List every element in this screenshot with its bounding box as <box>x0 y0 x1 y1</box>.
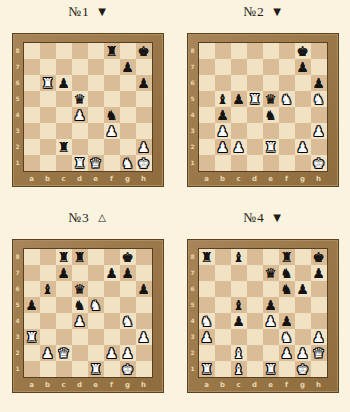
square-h7 <box>311 59 327 75</box>
square-h8 <box>311 43 327 59</box>
square-h4 <box>311 313 327 329</box>
black-rook: ♜ <box>57 249 69 265</box>
square-e7 <box>88 265 104 281</box>
square-h3: ♟ <box>311 123 327 139</box>
square-b6: ♜ <box>40 75 56 91</box>
square-b3: ♟ <box>215 123 231 139</box>
square-g1: ♞ <box>120 155 136 171</box>
rank-label-6: 6 <box>188 281 198 297</box>
white-pawn: ♟ <box>137 139 149 155</box>
square-c1 <box>56 155 72 171</box>
square-e7: ♛ <box>263 265 279 281</box>
file-label-f: f <box>104 173 120 185</box>
square-g6 <box>295 75 311 91</box>
square-a3: ♟ <box>199 329 215 345</box>
rank-label-2: 2 <box>13 139 23 155</box>
file-label-h: h <box>311 379 327 391</box>
rank-label-1: 1 <box>188 155 198 171</box>
square-f5: ♞ <box>279 91 295 107</box>
square-c5: ♟ <box>231 91 247 107</box>
square-h1: ♚ <box>136 155 152 171</box>
white-king: ♚ <box>312 155 324 171</box>
square-h3: ♟ <box>311 329 327 345</box>
square-d3 <box>72 123 88 139</box>
square-a4 <box>24 107 40 123</box>
square-e6 <box>88 281 104 297</box>
square-g2: ♟ <box>295 139 311 155</box>
square-f2: ♟ <box>279 345 295 361</box>
diagram-number: №4 <box>244 209 265 226</box>
square-e1: ♜ <box>263 361 279 377</box>
diagram-number: №2 <box>244 3 265 20</box>
square-c5: ♝ <box>231 297 247 313</box>
square-h1 <box>311 361 327 377</box>
square-c7 <box>56 59 72 75</box>
square-c6: ♟ <box>56 75 72 91</box>
square-d8 <box>247 43 263 59</box>
square-f4 <box>104 313 120 329</box>
white-pawn: ♟ <box>216 123 228 139</box>
square-d7 <box>72 59 88 75</box>
square-h5 <box>136 297 152 313</box>
black-pawn: ♟ <box>296 281 308 297</box>
file-label-d: d <box>72 173 88 185</box>
square-f6 <box>279 75 295 91</box>
square-e8 <box>88 249 104 265</box>
white-rook: ♜ <box>73 155 85 171</box>
diagram-sheet: №1 ▼ 87654321 ♜♚♟♜♟♟♛♟♞♟♜♟♜♛♞♚ abcdefgh … <box>0 0 350 412</box>
square-d6 <box>247 281 263 297</box>
square-a2 <box>24 345 40 361</box>
black-pawn: ♟ <box>232 91 244 107</box>
square-a2 <box>199 345 215 361</box>
square-d2 <box>72 139 88 155</box>
square-g1: ♚ <box>295 361 311 377</box>
square-f5 <box>279 297 295 313</box>
square-b8 <box>215 43 231 59</box>
square-b1 <box>40 155 56 171</box>
black-knight: ♞ <box>105 107 117 123</box>
square-c2: ♜ <box>56 139 72 155</box>
rank-label-4: 4 <box>13 313 23 329</box>
diagram-header-3: №3 △ <box>69 209 107 226</box>
file-label-c: c <box>231 173 247 185</box>
black-rook: ♜ <box>105 43 117 59</box>
square-b3 <box>40 329 56 345</box>
white-queen: ♛ <box>89 155 101 171</box>
square-a5: ♟ <box>24 297 40 313</box>
file-label-g: g <box>295 173 311 185</box>
diagram-panel-1: №1 ▼ 87654321 ♜♚♟♜♟♟♛♟♞♟♜♟♜♛♞♚ abcdefgh <box>0 0 175 206</box>
square-a5 <box>24 91 40 107</box>
white-pawn: ♟ <box>264 313 276 329</box>
square-c3 <box>56 123 72 139</box>
square-f7 <box>279 59 295 75</box>
file-labels: abcdefgh <box>24 173 152 185</box>
black-queen: ♛ <box>264 265 276 281</box>
square-b2 <box>215 345 231 361</box>
square-e1: ♜ <box>88 361 104 377</box>
square-a4 <box>199 107 215 123</box>
square-e5: ♛ <box>263 91 279 107</box>
square-c7: ♟ <box>56 265 72 281</box>
white-pawn: ♟ <box>280 345 292 361</box>
square-h8 <box>136 249 152 265</box>
square-c2: ♛ <box>56 345 72 361</box>
rank-label-6: 6 <box>188 75 198 91</box>
black-queen: ♛ <box>73 281 85 297</box>
square-a8 <box>24 249 40 265</box>
black-rook: ♜ <box>200 249 212 265</box>
square-c6 <box>231 75 247 91</box>
square-h5 <box>136 91 152 107</box>
square-g7 <box>295 265 311 281</box>
square-c3 <box>56 329 72 345</box>
square-b7 <box>40 265 56 281</box>
diagram-panel-3: №3 △ 87654321 ♜♜♚♟♟♟♝♛♟♟♞♞♟♞♜♟♟♛♟♟♜♚ abc… <box>0 206 175 412</box>
diagram-number: №1 <box>69 3 90 20</box>
white-king: ♚ <box>296 361 308 377</box>
square-f1 <box>279 361 295 377</box>
square-e6 <box>88 75 104 91</box>
white-rook: ♜ <box>248 91 260 107</box>
file-label-a: a <box>199 379 215 391</box>
square-e3 <box>263 123 279 139</box>
rank-label-1: 1 <box>13 361 23 377</box>
rank-label-8: 8 <box>188 249 198 265</box>
black-pawn: ♟ <box>232 313 244 329</box>
white-pawn: ♟ <box>105 345 117 361</box>
file-label-b: b <box>215 379 231 391</box>
rank-label-5: 5 <box>13 91 23 107</box>
square-e1: ♛ <box>88 155 104 171</box>
square-b5 <box>40 297 56 313</box>
file-label-f: f <box>279 379 295 391</box>
square-f3: ♟ <box>104 123 120 139</box>
square-b2: ♟ <box>40 345 56 361</box>
square-d6 <box>72 75 88 91</box>
black-pawn: ♟ <box>105 265 117 281</box>
square-d1: ♜ <box>72 155 88 171</box>
square-g6 <box>120 281 136 297</box>
square-a7 <box>24 59 40 75</box>
black-queen: ♛ <box>73 91 85 107</box>
square-a3 <box>199 123 215 139</box>
square-d4: ♟ <box>72 313 88 329</box>
square-c4 <box>56 313 72 329</box>
file-label-e: e <box>263 379 279 391</box>
square-c6 <box>231 281 247 297</box>
square-d5: ♞ <box>72 297 88 313</box>
square-h6: ♟ <box>136 281 152 297</box>
rank-label-6: 6 <box>13 281 23 297</box>
square-g7: ♟ <box>295 59 311 75</box>
file-labels: abcdefgh <box>199 173 327 185</box>
square-b6 <box>215 281 231 297</box>
chess-board-4: 87654321 ♜♝♜♚♛♞♟♞♟♝♟♞♟♟♟♟♞♟♝♟♟♛♜♝♜♚ abcd… <box>187 239 339 393</box>
square-e3 <box>263 329 279 345</box>
square-h2 <box>136 345 152 361</box>
square-c4: ♟ <box>231 313 247 329</box>
square-f1 <box>279 155 295 171</box>
file-label-d: d <box>72 379 88 391</box>
square-e4: ♟ <box>263 313 279 329</box>
square-f3 <box>104 329 120 345</box>
file-label-d: d <box>247 379 263 391</box>
square-e8 <box>263 43 279 59</box>
square-f7: ♞ <box>279 265 295 281</box>
file-label-h: h <box>311 173 327 185</box>
square-f6: ♞ <box>279 281 295 297</box>
square-c4 <box>56 107 72 123</box>
file-label-g: g <box>295 379 311 391</box>
file-label-g: g <box>120 173 136 185</box>
square-b7 <box>215 265 231 281</box>
square-a8: ♜ <box>199 249 215 265</box>
file-labels: abcdefgh <box>24 379 152 391</box>
diagram-panel-2: №2 ▼ 87654321 ♚♟♟♝♟♜♛♞♞♟♞♟♟♟♟♜♟♚ abcdefg… <box>175 0 350 206</box>
black-pawn: ♟ <box>216 107 228 123</box>
file-label-e: e <box>263 173 279 185</box>
square-f5 <box>104 297 120 313</box>
square-c1 <box>231 155 247 171</box>
rank-label-2: 2 <box>188 139 198 155</box>
square-a3 <box>24 123 40 139</box>
file-label-c: c <box>231 379 247 391</box>
white-king: ♚ <box>121 361 133 377</box>
square-c3 <box>231 329 247 345</box>
black-knight: ♞ <box>280 265 292 281</box>
black-pawn: ♟ <box>25 297 37 313</box>
square-d8: ♜ <box>72 249 88 265</box>
file-label-c: c <box>56 173 72 185</box>
square-e5 <box>88 91 104 107</box>
square-d4 <box>247 107 263 123</box>
black-pawn: ♟ <box>57 75 69 91</box>
square-g3 <box>120 329 136 345</box>
square-a1 <box>24 361 40 377</box>
square-e4 <box>88 313 104 329</box>
square-f8: ♜ <box>279 249 295 265</box>
black-pawn: ♟ <box>280 313 292 329</box>
white-queen: ♛ <box>312 345 324 361</box>
square-c1: ♝ <box>231 361 247 377</box>
white-pawn: ♟ <box>232 139 244 155</box>
white-pawn: ♟ <box>105 123 117 139</box>
square-d4: ♟ <box>72 107 88 123</box>
square-f8 <box>279 43 295 59</box>
square-f5 <box>104 91 120 107</box>
square-a3: ♜ <box>24 329 40 345</box>
square-c8: ♜ <box>56 249 72 265</box>
square-e8 <box>263 249 279 265</box>
square-e7 <box>88 59 104 75</box>
square-f6 <box>104 281 120 297</box>
rank-label-7: 7 <box>188 265 198 281</box>
black-pawn: ♟ <box>296 59 308 75</box>
white-pawn: ♟ <box>216 139 228 155</box>
black-pawn: ♟ <box>312 75 324 91</box>
square-g5 <box>120 297 136 313</box>
black-king: ♚ <box>296 43 308 59</box>
square-d7 <box>247 265 263 281</box>
file-label-a: a <box>24 379 40 391</box>
square-b4 <box>215 313 231 329</box>
square-a1: ♜ <box>199 361 215 377</box>
square-d5: ♜ <box>247 91 263 107</box>
square-c2: ♝ <box>231 345 247 361</box>
square-g2: ♟ <box>295 345 311 361</box>
square-a5 <box>199 91 215 107</box>
square-h8: ♚ <box>311 249 327 265</box>
square-h2: ♛ <box>311 345 327 361</box>
square-g3 <box>120 123 136 139</box>
square-h3: ♟ <box>136 329 152 345</box>
file-label-b: b <box>215 173 231 185</box>
square-c7 <box>231 265 247 281</box>
square-h4 <box>311 107 327 123</box>
square-g5 <box>295 297 311 313</box>
white-knight: ♞ <box>89 297 101 313</box>
white-pawn: ♟ <box>121 345 133 361</box>
square-e3 <box>88 329 104 345</box>
rank-label-1: 1 <box>13 155 23 171</box>
square-b4: ♟ <box>215 107 231 123</box>
black-rook: ♜ <box>280 249 292 265</box>
square-e4 <box>88 107 104 123</box>
square-a6 <box>199 75 215 91</box>
square-h1 <box>136 361 152 377</box>
square-e5: ♟ <box>263 297 279 313</box>
square-f8 <box>104 249 120 265</box>
square-b5 <box>40 91 56 107</box>
white-rook: ♜ <box>200 361 212 377</box>
rank-label-5: 5 <box>188 91 198 107</box>
black-bishop: ♝ <box>232 249 244 265</box>
rank-label-4: 4 <box>188 107 198 123</box>
square-f4: ♟ <box>279 313 295 329</box>
square-e4: ♞ <box>263 107 279 123</box>
rank-labels: 87654321 <box>13 249 23 377</box>
diagram-header-4: №4 ▼ <box>244 209 282 226</box>
black-pawn: ♟ <box>137 281 149 297</box>
white-rook: ♜ <box>25 329 37 345</box>
square-h5 <box>311 297 327 313</box>
square-f4 <box>279 107 295 123</box>
square-d1 <box>247 361 263 377</box>
square-f7 <box>104 59 120 75</box>
square-h7: ♟ <box>311 265 327 281</box>
square-f1 <box>104 155 120 171</box>
file-label-b: b <box>40 379 56 391</box>
file-label-d: d <box>247 173 263 185</box>
diagram-header-2: №2 ▼ <box>244 3 282 20</box>
square-c5 <box>56 297 72 313</box>
square-d5: ♛ <box>72 91 88 107</box>
file-label-f: f <box>104 379 120 391</box>
rank-label-4: 4 <box>188 313 198 329</box>
rank-label-8: 8 <box>188 43 198 59</box>
square-b5: ♝ <box>215 91 231 107</box>
square-g8: ♚ <box>295 43 311 59</box>
square-c3 <box>231 123 247 139</box>
square-a4 <box>24 313 40 329</box>
square-e2: ♜ <box>263 139 279 155</box>
black-bishop: ♝ <box>232 297 244 313</box>
white-to-move-icon: △ <box>98 209 106 226</box>
square-h4 <box>136 313 152 329</box>
white-pawn: ♟ <box>312 329 324 345</box>
square-e7 <box>263 59 279 75</box>
square-d7 <box>247 59 263 75</box>
square-g6 <box>120 75 136 91</box>
square-e6 <box>263 281 279 297</box>
square-c8 <box>56 43 72 59</box>
file-label-h: h <box>136 173 152 185</box>
file-label-h: h <box>136 379 152 391</box>
square-d4 <box>247 313 263 329</box>
square-f6 <box>104 75 120 91</box>
white-pawn: ♟ <box>200 329 212 345</box>
black-pawn: ♟ <box>121 265 133 281</box>
square-e3 <box>88 123 104 139</box>
white-knight: ♞ <box>280 91 292 107</box>
file-label-e: e <box>88 173 104 185</box>
black-pawn: ♟ <box>312 265 324 281</box>
black-pawn: ♟ <box>264 297 276 313</box>
square-f2 <box>104 139 120 155</box>
square-h7 <box>136 59 152 75</box>
square-c1 <box>56 361 72 377</box>
white-bishop: ♝ <box>232 361 244 377</box>
square-c7 <box>231 59 247 75</box>
rank-label-1: 1 <box>188 361 198 377</box>
board-grid: ♚♟♟♝♟♜♛♞♞♟♞♟♟♟♟♜♟♚ <box>198 42 328 172</box>
rank-label-3: 3 <box>13 329 23 345</box>
square-g1: ♚ <box>120 361 136 377</box>
rank-label-7: 7 <box>13 265 23 281</box>
rank-label-2: 2 <box>188 345 198 361</box>
white-pawn: ♟ <box>137 329 149 345</box>
square-f2 <box>279 139 295 155</box>
square-g8: ♚ <box>120 249 136 265</box>
square-c8 <box>231 43 247 59</box>
square-e2 <box>88 139 104 155</box>
square-a8 <box>199 43 215 59</box>
white-rook: ♜ <box>264 139 276 155</box>
white-pawn: ♟ <box>296 345 308 361</box>
square-g7: ♟ <box>120 59 136 75</box>
square-g3 <box>295 329 311 345</box>
rank-label-5: 5 <box>188 297 198 313</box>
square-g2: ♟ <box>120 345 136 361</box>
rank-label-6: 6 <box>13 75 23 91</box>
white-knight: ♞ <box>121 313 133 329</box>
file-label-g: g <box>120 379 136 391</box>
square-b6: ♝ <box>40 281 56 297</box>
black-king: ♚ <box>137 43 149 59</box>
square-h3 <box>136 123 152 139</box>
square-b6 <box>215 75 231 91</box>
white-pawn: ♟ <box>296 139 308 155</box>
white-knight: ♞ <box>280 329 292 345</box>
square-g2 <box>120 139 136 155</box>
square-d2 <box>247 139 263 155</box>
square-d2 <box>247 345 263 361</box>
black-bishop: ♝ <box>41 281 53 297</box>
black-knight: ♞ <box>280 281 292 297</box>
chess-board-1: 87654321 ♜♚♟♜♟♟♛♟♞♟♜♟♜♛♞♚ abcdefgh <box>12 33 164 187</box>
